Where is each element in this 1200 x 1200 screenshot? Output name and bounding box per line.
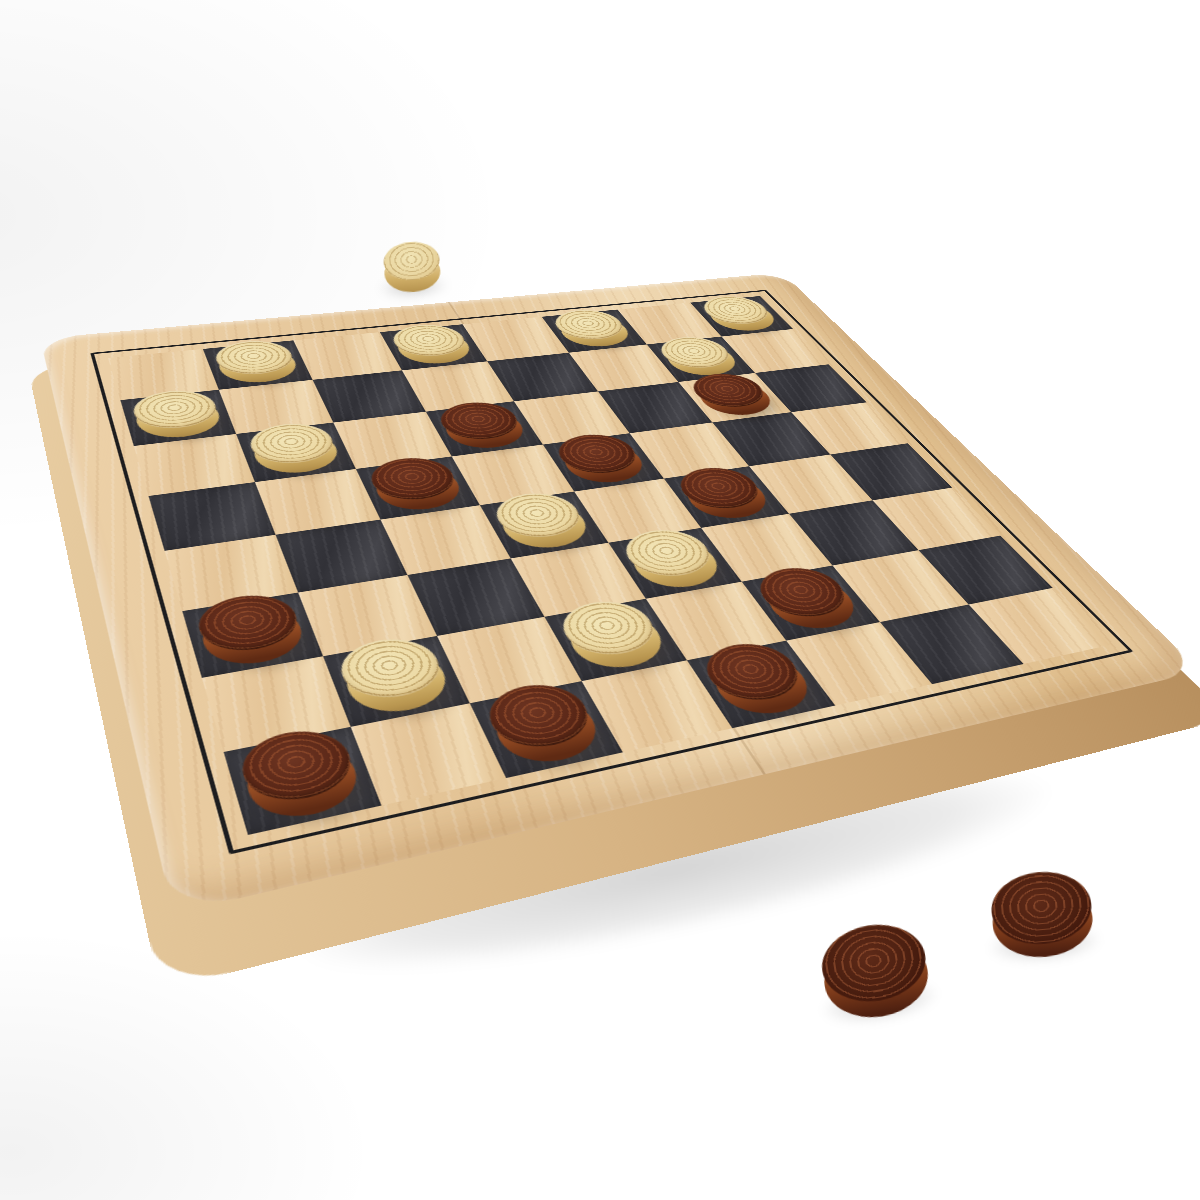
checker-dark-a8[interactable] — [238, 736, 366, 824]
checker-dark-off-board[interactable] — [988, 868, 1095, 961]
checker-light-b1[interactable] — [213, 345, 302, 385]
checkers-board — [108, 296, 1110, 835]
checker-dark-a6[interactable] — [195, 600, 310, 669]
checker-light-b3[interactable] — [247, 428, 344, 476]
checker-light-a2[interactable] — [131, 395, 225, 441]
checker-dark-off-board[interactable] — [816, 917, 933, 1024]
checker-light-off-board[interactable] — [382, 240, 441, 294]
photo-scene — [0, 0, 1200, 1200]
